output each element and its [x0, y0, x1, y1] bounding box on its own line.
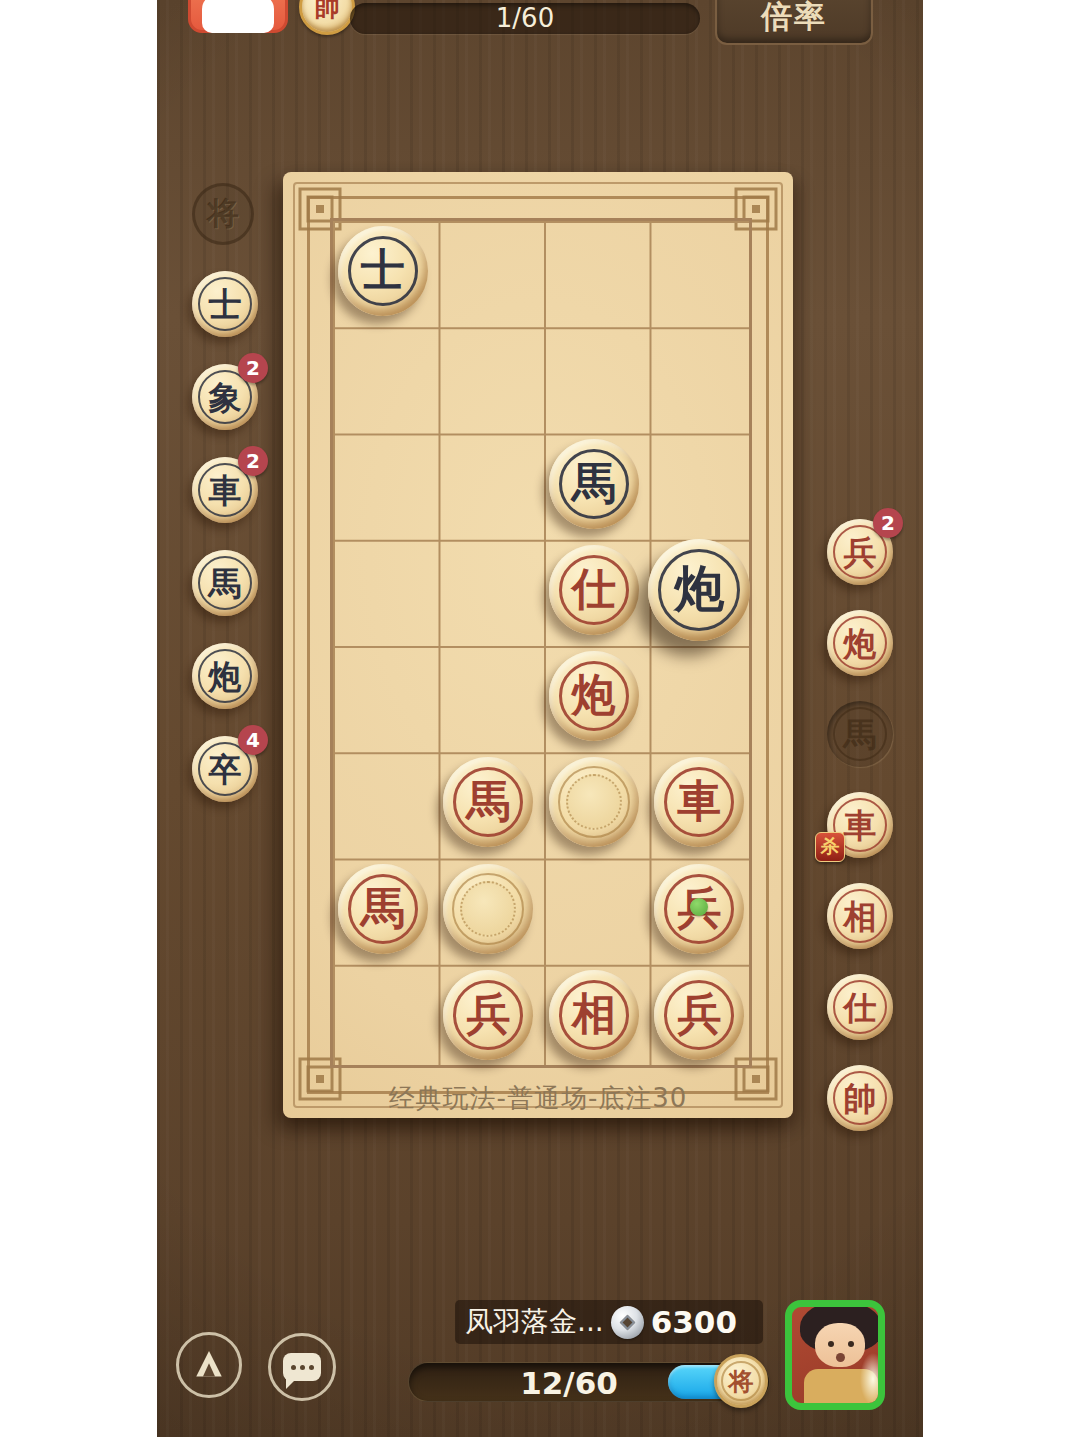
watermark-char: 将: [207, 192, 239, 236]
avatar-photo-eye: [848, 1341, 854, 1347]
player-info-chip: 凤羽落金... 6300: [455, 1300, 763, 1344]
round-counter-text: 1/60: [496, 3, 554, 33]
menu-peak-icon: [189, 1345, 229, 1385]
board-grid: [330, 218, 752, 1068]
coin-amount: 6300: [651, 1304, 737, 1340]
player-avatar-top[interactable]: [188, 0, 288, 33]
captured-piece-帥: 帥: [827, 1065, 893, 1131]
capture-count-badge: 2: [873, 508, 903, 538]
general-piece-icon: 帥: [299, 0, 355, 35]
multiplier-button[interactable]: 倍率: [715, 0, 873, 45]
canvas: { "game": "banqi (Chinese dark chess, ha…: [0, 0, 1080, 1440]
multiplier-button-label: 倍率: [761, 0, 827, 38]
piece-ring: [198, 277, 252, 331]
piece-ring: [833, 616, 887, 670]
avatar-photo-mouth: [836, 1353, 845, 1362]
captured-piece-相: 相: [827, 883, 893, 949]
menu-button[interactable]: [176, 1332, 242, 1398]
captured-piece-馬: 馬: [192, 550, 258, 616]
capture-count-badge: 4: [238, 725, 268, 755]
capture-count-badge: 2: [238, 446, 268, 476]
piece-ring: [833, 889, 887, 943]
captured-piece-炮: 炮: [192, 643, 258, 709]
piece-ring: [198, 556, 252, 610]
opponent-avatar[interactable]: [785, 1300, 885, 1410]
app-screenshot-strip: 帥 1/60 倍率 将 经典玩法-普通场-底注30 士馬仕炮炮馬車馬兵兵相兵 士…: [157, 0, 923, 1437]
chat-bubble-icon: [283, 1353, 321, 1381]
toggle-piece-char: 将: [729, 1365, 754, 1398]
general-piece-char: 帥: [315, 0, 340, 24]
empty-slot-馬: 馬: [827, 701, 893, 767]
capture-count-badge: 2: [238, 353, 268, 383]
toggle-piece-knob[interactable]: 将: [714, 1354, 768, 1408]
player-name: 凤羽落金...: [465, 1303, 604, 1341]
kill-tag-badge: 杀: [815, 832, 845, 862]
chat-button[interactable]: [268, 1333, 336, 1401]
round-counter-pill: 1/60: [350, 3, 700, 34]
avatar-photo-eye: [828, 1341, 834, 1347]
carved-general-watermark: 将: [192, 183, 254, 245]
coin-icon: [611, 1306, 644, 1339]
captured-piece-炮: 炮: [827, 610, 893, 676]
piece-ring: [833, 707, 887, 761]
captured-piece-仕: 仕: [827, 974, 893, 1040]
piece-ring: [198, 649, 252, 703]
avatar-glow-effect: [860, 1353, 885, 1405]
piece-ring: [833, 980, 887, 1034]
piece-ring: [833, 1071, 887, 1125]
mascot-avatar-icon: [202, 0, 274, 33]
captured-piece-士: 士: [192, 271, 258, 337]
board-caption: 经典玩法-普通场-底注30: [283, 1081, 793, 1116]
